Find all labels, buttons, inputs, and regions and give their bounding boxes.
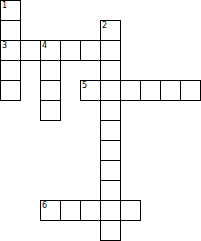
crossword-cell[interactable] — [100, 60, 121, 81]
crossword-cell[interactable] — [60, 200, 81, 221]
crossword-cell[interactable] — [100, 100, 121, 121]
clue-number: 6 — [42, 201, 47, 210]
crossword-cell[interactable] — [100, 40, 121, 61]
crossword-cell[interactable] — [100, 220, 121, 241]
crossword-cell[interactable] — [100, 140, 121, 161]
crossword-cell[interactable] — [40, 60, 61, 81]
crossword-cell[interactable] — [100, 160, 121, 181]
crossword-cell[interactable] — [100, 180, 121, 201]
clue-number: 1 — [2, 1, 7, 10]
clue-number: 3 — [2, 41, 7, 50]
crossword-cell[interactable] — [20, 40, 41, 61]
crossword-grid: 123456 — [0, 0, 201, 241]
crossword-cell[interactable]: 4 — [40, 40, 61, 61]
crossword-cell[interactable]: 1 — [0, 0, 21, 21]
crossword-cell[interactable] — [180, 80, 201, 101]
crossword-cell[interactable] — [80, 200, 101, 221]
crossword-cell[interactable] — [100, 80, 121, 101]
crossword-cell[interactable] — [100, 200, 121, 221]
crossword-cell[interactable] — [140, 80, 161, 101]
crossword-cell[interactable] — [100, 120, 121, 141]
crossword-cell[interactable]: 3 — [0, 40, 21, 61]
crossword-cell[interactable] — [40, 100, 61, 121]
crossword-cell[interactable] — [80, 40, 101, 61]
crossword-cell[interactable]: 5 — [80, 80, 101, 101]
crossword-cell[interactable] — [120, 200, 141, 221]
crossword-cell[interactable]: 6 — [40, 200, 61, 221]
clue-number: 2 — [102, 21, 107, 30]
crossword-cell[interactable]: 2 — [100, 20, 121, 41]
crossword-cell[interactable] — [60, 40, 81, 61]
crossword-cell[interactable] — [40, 80, 61, 101]
crossword-cell[interactable] — [0, 80, 21, 101]
clue-number: 4 — [42, 41, 47, 50]
crossword-cell[interactable] — [0, 60, 21, 81]
crossword-cell[interactable] — [0, 20, 21, 41]
clue-number: 5 — [82, 81, 87, 90]
crossword-cell[interactable] — [120, 80, 141, 101]
crossword-cell[interactable] — [160, 80, 181, 101]
